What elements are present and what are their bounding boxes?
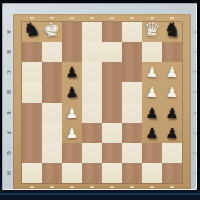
label-dot [50, 186, 54, 188]
square-c7 [142, 42, 162, 62]
square-h7 [102, 62, 122, 82]
background-highlight [0, 193, 200, 195]
rank-label: 3 [192, 131, 198, 134]
board-grid: ♞♚♛♞♟♟♟♟♟♟♟♟♟♟♟♟ [22, 22, 182, 183]
square-b7 [122, 42, 142, 62]
piece-black-pawn-c5: ♟ [62, 82, 82, 103]
square-a4 [22, 143, 42, 163]
piece-white-pawn-g6: ♟ [142, 62, 163, 83]
piece-black-pawn-g4: ♟ [142, 102, 163, 123]
square-c4 [62, 143, 82, 163]
label-dot [50, 17, 54, 19]
piece-black-pawn-h4: ♟ [161, 102, 182, 123]
square-f5 [82, 123, 102, 143]
label-dot [90, 17, 94, 19]
label-dot [150, 17, 154, 19]
rank-label: 6 [192, 71, 198, 74]
rank-labels-right: 87654321 [191, 22, 199, 183]
square-e8 [22, 42, 42, 62]
rank-label: 8 [192, 30, 198, 33]
file-label: D [6, 90, 12, 94]
label-dot [110, 186, 114, 188]
square-d3 [82, 163, 102, 183]
label-dot [70, 17, 74, 19]
square-e5 [42, 123, 62, 143]
label-dot [170, 186, 174, 188]
piece-black-knight-h8: ♞ [161, 18, 184, 41]
square-g5 [102, 123, 122, 143]
square-c3 [62, 163, 82, 183]
square-d8 [122, 22, 142, 42]
label-dot [90, 186, 94, 188]
square-h3 [162, 163, 182, 183]
board-frame: ♞♚♛♞♟♟♟♟♟♟♟♟♟♟♟♟ ABCDEFGH 87654321 [2, 3, 197, 190]
label-dot [130, 186, 134, 188]
coordinate-dots-bottom [22, 185, 182, 188]
piece-white-pawn-h6: ♟ [161, 62, 182, 83]
piece-black-pawn-g3: ♟ [142, 122, 163, 143]
square-e6 [102, 82, 122, 102]
square-d7 [162, 42, 182, 62]
square-g3 [142, 163, 162, 183]
file-label: E [6, 111, 12, 114]
file-label: G [6, 151, 12, 155]
square-b5 [102, 103, 122, 123]
square-e4 [102, 143, 122, 163]
square-h5 [122, 123, 142, 143]
square-d4 [82, 143, 102, 163]
piece-white-pawn-h5: ♟ [161, 82, 182, 103]
square-g7 [82, 62, 102, 82]
piece-black-pawn-h3: ♟ [161, 122, 182, 143]
piece-white-queen-g8: ♛ [141, 18, 163, 40]
label-dot [170, 17, 174, 19]
square-b4 [42, 143, 62, 163]
piece-black-pawn-c6: ♟ [62, 62, 82, 83]
piece-white-pawn-g5: ♟ [142, 82, 163, 103]
piece-white-pawn-c3: ♟ [62, 122, 82, 143]
file-label: C [6, 70, 12, 74]
label-dot [30, 17, 34, 19]
piece-black-knight-a8: ♞ [20, 18, 43, 41]
square-f7 [42, 62, 62, 82]
rank-label: 4 [192, 111, 198, 114]
label-dot [30, 186, 34, 188]
square-g4 [142, 143, 162, 163]
rank-label: 2 [192, 151, 198, 154]
rank-label: 7 [192, 51, 198, 54]
square-a8 [62, 22, 82, 42]
square-b6 [22, 82, 42, 102]
file-label: H [6, 171, 12, 175]
square-b3 [42, 163, 62, 183]
square-d6 [82, 82, 102, 102]
rank-label: 5 [192, 91, 198, 94]
rank-label: 1 [192, 171, 198, 174]
coordinate-dots-top [22, 16, 182, 19]
square-e7 [22, 62, 42, 82]
label-dot [70, 186, 74, 188]
square-a7 [102, 42, 122, 62]
square-h8 [82, 42, 102, 62]
square-c6 [42, 82, 62, 102]
piece-white-pawn-c4: ♟ [62, 102, 82, 123]
board-photo: ♞♚♛♞♟♟♟♟♟♟♟♟♟♟♟♟ ABCDEFGH 87654321 [0, 0, 200, 200]
square-h6 [42, 103, 62, 123]
square-a5 [82, 103, 102, 123]
file-labels-left: ABCDEFGH [5, 22, 13, 183]
square-a6 [122, 62, 142, 82]
label-dot [150, 186, 154, 188]
square-g8 [62, 42, 82, 62]
label-dot [110, 17, 114, 19]
square-f6 [122, 82, 142, 102]
file-label: F [6, 131, 12, 134]
square-b8 [82, 22, 102, 42]
piece-white-king-b8: ♚ [41, 18, 63, 40]
square-f4 [122, 143, 142, 163]
square-g6 [22, 103, 42, 123]
square-f8 [42, 42, 62, 62]
square-a3 [22, 163, 42, 183]
square-d5 [22, 123, 42, 143]
label-dot [130, 17, 134, 19]
square-c8 [102, 22, 122, 42]
file-label: B [6, 50, 12, 54]
file-label: A [6, 30, 12, 34]
square-h4 [162, 143, 182, 163]
square-c5 [122, 103, 142, 123]
square-f3 [122, 163, 142, 183]
square-e3 [102, 163, 122, 183]
